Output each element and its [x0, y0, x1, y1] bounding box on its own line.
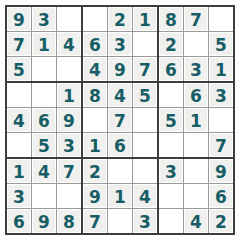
cell-r4c9[interactable]: 3: [209, 83, 233, 107]
cell-r3c3[interactable]: [57, 57, 81, 81]
cell-r9c4[interactable]: 7: [83, 209, 107, 233]
cell-r9c8[interactable]: 4: [184, 209, 208, 233]
cell-r6c3[interactable]: 3: [57, 133, 81, 157]
cell-r9c6[interactable]: 3: [133, 209, 157, 233]
given-digit: 7: [63, 163, 75, 180]
cell-r3c9[interactable]: 1: [209, 57, 233, 81]
given-digit: 4: [139, 188, 151, 205]
given-digit: 7: [114, 112, 126, 129]
cell-r2c4[interactable]: 6: [83, 32, 107, 56]
sudoku-box-5: 845716: [83, 83, 157, 157]
given-digit: 5: [38, 137, 50, 154]
cell-r8c6[interactable]: 4: [133, 184, 157, 208]
cell-r6c2[interactable]: 5: [32, 133, 56, 157]
given-digit: 4: [13, 112, 25, 129]
cell-r8c4[interactable]: 9: [83, 184, 107, 208]
given-digit: 7: [89, 213, 101, 230]
given-digit: 9: [215, 163, 227, 180]
given-digit: 2: [165, 36, 177, 53]
given-digit: 9: [38, 213, 50, 230]
given-digit: 3: [215, 87, 227, 104]
cell-r9c7[interactable]: [159, 209, 183, 233]
cell-r2c5[interactable]: 3: [108, 32, 132, 56]
cell-r5c9[interactable]: [209, 108, 233, 132]
cell-r6c1[interactable]: [7, 133, 31, 157]
given-digit: 1: [114, 188, 126, 205]
cell-r1c1[interactable]: 9: [7, 7, 31, 31]
given-digit: 4: [63, 36, 75, 53]
cell-r4c8[interactable]: 6: [184, 83, 208, 107]
cell-r7c2[interactable]: 4: [32, 159, 56, 183]
cell-r2c1[interactable]: 7: [7, 32, 31, 56]
cell-r7c4[interactable]: 2: [83, 159, 107, 183]
given-digit: 2: [114, 11, 126, 28]
cell-r4c7[interactable]: [159, 83, 183, 107]
cell-r1c6[interactable]: 1: [133, 7, 157, 31]
given-digit: 4: [114, 87, 126, 104]
given-digit: 3: [114, 36, 126, 53]
given-digit: 6: [165, 61, 177, 78]
given-digit: 5: [139, 87, 151, 104]
given-digit: 3: [13, 188, 25, 205]
cell-r5c3[interactable]: 9: [57, 108, 81, 132]
sudoku-box-3: 8725631: [159, 7, 233, 81]
given-digit: 8: [89, 87, 101, 104]
cell-r1c5[interactable]: 2: [108, 7, 132, 31]
cell-r7c9[interactable]: 9: [209, 159, 233, 183]
given-digit: 6: [38, 112, 50, 129]
cell-r9c5[interactable]: [108, 209, 132, 233]
cell-r8c1[interactable]: 3: [7, 184, 31, 208]
cell-r9c2[interactable]: 9: [32, 209, 56, 233]
cell-r8c5[interactable]: 1: [108, 184, 132, 208]
given-digit: 8: [165, 11, 177, 28]
cell-r1c8[interactable]: 7: [184, 7, 208, 31]
given-digit: 1: [190, 112, 202, 129]
cell-r2c7[interactable]: 2: [159, 32, 183, 56]
cell-r8c7[interactable]: [159, 184, 183, 208]
given-digit: 4: [38, 163, 50, 180]
cell-r4c6[interactable]: 5: [133, 83, 157, 107]
given-digit: 6: [89, 36, 101, 53]
sudoku-box-2: 2163497: [83, 7, 157, 81]
given-digit: 9: [13, 11, 25, 28]
sudoku-box-9: 39642: [159, 159, 233, 233]
cell-r6c8[interactable]: [184, 133, 208, 157]
given-digit: 4: [190, 213, 202, 230]
cell-r4c1[interactable]: [7, 83, 31, 107]
cell-r7c1[interactable]: 1: [7, 159, 31, 183]
cell-r2c6[interactable]: [133, 32, 157, 56]
cell-r3c7[interactable]: 6: [159, 57, 183, 81]
cell-r3c5[interactable]: 9: [108, 57, 132, 81]
cell-r5c1[interactable]: 4: [7, 108, 31, 132]
cell-r5c5[interactable]: 7: [108, 108, 132, 132]
given-digit: 1: [89, 137, 101, 154]
given-digit: 6: [114, 137, 126, 154]
given-digit: 1: [139, 11, 151, 28]
cell-r9c9[interactable]: 2: [209, 209, 233, 233]
given-digit: 1: [215, 61, 227, 78]
cell-r8c3[interactable]: [57, 184, 81, 208]
sudoku-board: 9371452163497872563114695384571663517147…: [5, 5, 235, 235]
cell-r6c9[interactable]: 7: [209, 133, 233, 157]
cell-r4c5[interactable]: 4: [108, 83, 132, 107]
cell-r2c2[interactable]: 1: [32, 32, 56, 56]
given-digit: 6: [13, 213, 25, 230]
cell-r5c6[interactable]: [133, 108, 157, 132]
cell-r7c7[interactable]: 3: [159, 159, 183, 183]
cell-r7c3[interactable]: 7: [57, 159, 81, 183]
given-digit: 3: [139, 213, 151, 230]
cell-r4c4[interactable]: 8: [83, 83, 107, 107]
sudoku-box-7: 1473698: [7, 159, 81, 233]
cell-r4c2[interactable]: [32, 83, 56, 107]
sudoku-box-4: 146953: [7, 83, 81, 157]
given-digit: 8: [63, 213, 75, 230]
given-digit: 4: [89, 61, 101, 78]
sudoku-box-6: 63517: [159, 83, 233, 157]
cell-r6c4[interactable]: 1: [83, 133, 107, 157]
given-digit: 5: [215, 36, 227, 53]
cell-r1c3[interactable]: [57, 7, 81, 31]
cell-r3c4[interactable]: 4: [83, 57, 107, 81]
given-digit: 5: [165, 112, 177, 129]
given-digit: 9: [63, 112, 75, 129]
sudoku-box-8: 291473: [83, 159, 157, 233]
cell-r3c2[interactable]: [32, 57, 56, 81]
cell-r6c7[interactable]: [159, 133, 183, 157]
cell-r8c8[interactable]: [184, 184, 208, 208]
cell-r5c2[interactable]: 6: [32, 108, 56, 132]
cell-r7c8[interactable]: [184, 159, 208, 183]
cell-r2c3[interactable]: 4: [57, 32, 81, 56]
cell-r3c1[interactable]: 5: [7, 57, 31, 81]
cell-r2c8[interactable]: [184, 32, 208, 56]
cell-r7c5[interactable]: [108, 159, 132, 183]
given-digit: 3: [63, 137, 75, 154]
cell-r1c7[interactable]: 8: [159, 7, 183, 31]
cell-r5c7[interactable]: 5: [159, 108, 183, 132]
cell-r6c6[interactable]: [133, 133, 157, 157]
given-digit: 3: [38, 11, 50, 28]
given-digit: 7: [190, 11, 202, 28]
cell-r1c9[interactable]: [209, 7, 233, 31]
cell-r8c9[interactable]: 6: [209, 184, 233, 208]
cell-r7c6[interactable]: [133, 159, 157, 183]
cell-r3c6[interactable]: 7: [133, 57, 157, 81]
given-digit: 3: [165, 163, 177, 180]
cell-r5c4[interactable]: [83, 108, 107, 132]
given-digit: 6: [215, 188, 227, 205]
cell-r1c4[interactable]: [83, 7, 107, 31]
given-digit: 2: [89, 163, 101, 180]
given-digit: 2: [215, 213, 227, 230]
given-digit: 3: [190, 61, 202, 78]
given-digit: 7: [215, 137, 227, 154]
given-digit: 1: [13, 163, 25, 180]
given-digit: 9: [89, 188, 101, 205]
cell-r6c5[interactable]: 6: [108, 133, 132, 157]
cell-r1c2[interactable]: 3: [32, 7, 56, 31]
given-digit: 7: [13, 36, 25, 53]
cell-r8c2[interactable]: [32, 184, 56, 208]
cell-r2c9[interactable]: 5: [209, 32, 233, 56]
cell-r9c1[interactable]: 6: [7, 209, 31, 233]
given-digit: 6: [190, 87, 202, 104]
given-digit: 1: [38, 36, 50, 53]
given-digit: 5: [13, 61, 25, 78]
given-digit: 1: [63, 87, 75, 104]
sudoku-box-1: 937145: [7, 7, 81, 81]
cell-r4c3[interactable]: 1: [57, 83, 81, 107]
given-digit: 7: [139, 61, 151, 78]
cell-r3c8[interactable]: 3: [184, 57, 208, 81]
cell-r9c3[interactable]: 8: [57, 209, 81, 233]
given-digit: 9: [114, 61, 126, 78]
cell-r5c8[interactable]: 1: [184, 108, 208, 132]
